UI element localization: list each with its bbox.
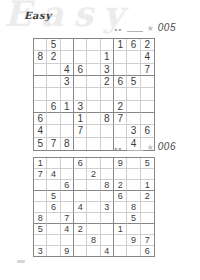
sudoku-cell-r1c9: 5 [141, 158, 154, 169]
sudoku-cell-r6c9 [141, 101, 154, 113]
sudoku-cell-r3c4 [74, 180, 87, 191]
sudoku-cell-r3c3: 4 [61, 64, 74, 76]
sudoku-cell-r7c4: 1 [74, 113, 87, 125]
sudoku-cell-r7c6 [101, 224, 114, 235]
sudoku-cell-r7c3: 4 [61, 224, 74, 235]
sudoku-cell-r1c8 [127, 158, 140, 169]
sudoku-cell-r8c4: 7 [74, 125, 87, 137]
sudoku-cell-r1c6 [101, 158, 114, 169]
sudoku-cell-r2c7 [114, 51, 127, 63]
time-label-marks: ■■ [115, 147, 123, 151]
sudoku-cell-r4c8 [127, 191, 140, 202]
sudoku-cell-r8c6 [101, 235, 114, 246]
sudoku-cell-r3c6: 8 [101, 180, 114, 191]
sudoku-cell-r4c1 [34, 191, 47, 202]
sudoku-cell-r6c4: 3 [74, 101, 87, 113]
sudoku-cell-r6c5 [87, 101, 100, 113]
sudoku-cell-r8c6 [101, 125, 114, 137]
sudoku-cell-r5c9 [141, 202, 154, 213]
sudoku-cell-r7c1: 6 [34, 113, 47, 125]
sudoku-cell-r3c7: 2 [114, 180, 127, 191]
sudoku-cell-r8c9: 7 [141, 235, 154, 246]
page-number-mark [17, 260, 25, 263]
sudoku-cell-r7c9 [141, 113, 154, 125]
sudoku-cell-r7c8 [127, 113, 140, 125]
sudoku-cell-r6c5 [87, 213, 100, 224]
sudoku-cell-r2c5 [87, 51, 100, 63]
sudoku-cell-r1c4 [74, 39, 87, 51]
sudoku-cell-r5c5 [87, 202, 100, 213]
sudoku-cell-r3c1 [34, 180, 47, 191]
sudoku-cell-r1c3 [61, 39, 74, 51]
sudoku-cell-r5c1 [34, 202, 47, 213]
sudoku-cell-r4c1 [34, 76, 47, 88]
sudoku-grid-005: 51628214463732656132618747365784 [33, 38, 155, 151]
sudoku-cell-r7c2 [47, 224, 60, 235]
sudoku-cell-r2c8 [127, 51, 140, 63]
sudoku-cell-r4c2 [47, 76, 60, 88]
sudoku-cell-r1c7: 9 [114, 158, 127, 169]
sudoku-cell-r4c7: 6 [114, 191, 127, 202]
sudoku-cell-r2c5: 2 [87, 169, 100, 180]
sudoku-cell-r1c1 [34, 39, 47, 51]
sudoku-cell-r8c8: 9 [127, 235, 140, 246]
sudoku-cell-r1c4: 6 [74, 158, 87, 169]
sudoku-grid-006: 16957426821562643887554218973946 [33, 157, 155, 257]
sudoku-cell-r8c2 [47, 125, 60, 137]
sudoku-cell-r5c2: 6 [47, 202, 60, 213]
sudoku-cell-r6c6 [101, 213, 114, 224]
sudoku-cell-r5c1 [34, 88, 47, 100]
sudoku-cell-r8c4 [74, 235, 87, 246]
sudoku-cell-r1c8: 6 [127, 39, 140, 51]
sudoku-cell-r3c4: 6 [74, 64, 87, 76]
sudoku-cell-r6c7 [114, 213, 127, 224]
sudoku-cell-r9c2 [47, 246, 60, 256]
sudoku-cell-r6c9 [141, 213, 154, 224]
sudoku-cell-r5c9 [141, 88, 154, 100]
sudoku-cell-r2c2: 4 [47, 169, 60, 180]
sudoku-cell-r4c6 [101, 191, 114, 202]
sudoku-cell-r6c1 [34, 101, 47, 113]
puzzle-number-005: 005 [158, 23, 176, 33]
sudoku-cell-r8c1 [34, 235, 47, 246]
puzzle-006-header: ■■ ★ 006 [0, 141, 176, 152]
sudoku-cell-r7c9 [141, 224, 154, 235]
sudoku-cell-r6c2 [47, 213, 60, 224]
sudoku-cell-r8c3 [61, 235, 74, 246]
sudoku-cell-r5c3 [61, 88, 74, 100]
blank-writing-line [127, 30, 143, 32]
sudoku-cell-r5c8 [127, 88, 140, 100]
sudoku-cell-r9c4 [74, 246, 87, 256]
sudoku-cell-r2c9 [141, 169, 154, 180]
sudoku-cell-r4c5 [87, 191, 100, 202]
sudoku-cell-r3c1 [34, 64, 47, 76]
sudoku-cell-r6c3: 1 [61, 101, 74, 113]
sudoku-cell-r3c9: 7 [141, 64, 154, 76]
sudoku-cell-r1c6 [101, 39, 114, 51]
sudoku-cell-r2c4 [74, 169, 87, 180]
sudoku-cell-r6c7: 2 [114, 101, 127, 113]
sudoku-cell-r8c3 [61, 125, 74, 137]
sudoku-cell-r3c3: 6 [61, 180, 74, 191]
sudoku-cell-r5c5 [87, 88, 100, 100]
time-label-marks: ■■ [115, 28, 123, 32]
sudoku-cell-r1c3 [61, 158, 74, 169]
sudoku-cell-r5c7 [114, 88, 127, 100]
sudoku-cell-r8c7 [114, 235, 127, 246]
sudoku-cell-r5c4: 4 [74, 202, 87, 213]
sudoku-cell-r2c2: 2 [47, 51, 60, 63]
sudoku-cell-r5c6 [101, 88, 114, 100]
sudoku-cell-r2c6 [101, 169, 114, 180]
sudoku-cell-r7c2 [47, 113, 60, 125]
sudoku-cell-r4c3 [61, 191, 74, 202]
sudoku-cell-r2c4 [74, 51, 87, 63]
sudoku-cell-r3c5 [87, 180, 100, 191]
sudoku-cell-r7c8 [127, 224, 140, 235]
sudoku-cell-r9c8 [127, 246, 140, 256]
sudoku-cell-r2c9: 4 [141, 51, 154, 63]
sudoku-cell-r5c8: 8 [127, 202, 140, 213]
puzzle-number-006: 006 [158, 142, 176, 152]
sudoku-cell-r1c5 [87, 158, 100, 169]
sudoku-cell-r6c8: 5 [127, 213, 140, 224]
sudoku-cell-r2c7 [114, 169, 127, 180]
sudoku-cell-r1c5 [87, 39, 100, 51]
sudoku-cell-r7c5 [87, 224, 100, 235]
sudoku-cell-r6c2: 6 [47, 101, 60, 113]
sudoku-cell-r8c7 [114, 125, 127, 137]
sudoku-cell-r4c9 [141, 76, 154, 88]
sudoku-cell-r8c8: 3 [127, 125, 140, 137]
sudoku-cell-r4c2: 5 [47, 191, 60, 202]
sudoku-cell-r4c3: 3 [61, 76, 74, 88]
sudoku-cell-r7c6: 8 [101, 113, 114, 125]
sudoku-cell-r8c5 [87, 125, 100, 137]
sudoku-cell-r7c3 [61, 113, 74, 125]
star-icon: ★ [147, 25, 154, 33]
book-page: Easy Easy ■■ ★ 005 516282144637326561326… [0, 0, 200, 280]
sudoku-cell-r5c3 [61, 202, 74, 213]
sudoku-cell-r4c9: 2 [141, 191, 154, 202]
sudoku-cell-r3c2 [47, 64, 60, 76]
sudoku-cell-r3c2 [47, 180, 60, 191]
sudoku-cell-r6c1: 8 [34, 213, 47, 224]
sudoku-cell-r2c3 [61, 169, 74, 180]
sudoku-cell-r4c8: 5 [127, 76, 140, 88]
sudoku-cell-r2c1: 7 [34, 169, 47, 180]
sudoku-cell-r2c6: 1 [101, 51, 114, 63]
sudoku-cell-r4c5 [87, 76, 100, 88]
sudoku-cell-r8c5: 8 [87, 235, 100, 246]
sudoku-cell-r9c5 [87, 246, 100, 256]
sudoku-cell-r3c5 [87, 64, 100, 76]
sudoku-cell-r9c7 [114, 246, 127, 256]
sudoku-cell-r9c3: 9 [61, 246, 74, 256]
sudoku-cell-r3c8 [127, 180, 140, 191]
sudoku-cell-r5c6: 3 [101, 202, 114, 213]
sudoku-cell-r4c4 [74, 76, 87, 88]
sudoku-cell-r7c4: 2 [74, 224, 87, 235]
sudoku-cell-r7c7: 7 [114, 113, 127, 125]
sudoku-cell-r7c5 [87, 113, 100, 125]
sudoku-cell-r8c2 [47, 235, 60, 246]
sudoku-cell-r9c6: 4 [101, 246, 114, 256]
sudoku-cell-r6c8 [127, 101, 140, 113]
sudoku-cell-r1c1: 1 [34, 158, 47, 169]
sudoku-cell-r4c6: 2 [101, 76, 114, 88]
sudoku-cell-r9c9: 6 [141, 246, 154, 256]
sudoku-cell-r6c6 [101, 101, 114, 113]
sudoku-cell-r5c4 [74, 88, 87, 100]
sudoku-cell-r2c1: 8 [34, 51, 47, 63]
sudoku-cell-r2c3 [61, 51, 74, 63]
sudoku-cell-r5c7 [114, 202, 127, 213]
puzzle-005-header: ■■ ★ 005 [0, 22, 176, 33]
sudoku-cell-r6c4 [74, 213, 87, 224]
sudoku-cell-r7c1: 5 [34, 224, 47, 235]
sudoku-cell-r1c7: 1 [114, 39, 127, 51]
sudoku-cell-r7c7: 1 [114, 224, 127, 235]
sudoku-cell-r1c2 [47, 158, 60, 169]
sudoku-cell-r6c3: 7 [61, 213, 74, 224]
sudoku-cell-r9c1: 3 [34, 246, 47, 256]
sudoku-cell-r4c4 [74, 191, 87, 202]
section-title: Easy [24, 10, 52, 21]
sudoku-cell-r8c9: 6 [141, 125, 154, 137]
sudoku-cell-r3c6: 3 [101, 64, 114, 76]
sudoku-cell-r8c1: 4 [34, 125, 47, 137]
sudoku-cell-r2c8 [127, 169, 140, 180]
sudoku-cell-r1c9: 2 [141, 39, 154, 51]
sudoku-cell-r5c2 [47, 88, 60, 100]
star-icon: ★ [147, 144, 154, 152]
blank-writing-line [127, 149, 143, 151]
sudoku-cell-r3c9: 1 [141, 180, 154, 191]
sudoku-cell-r3c7 [114, 64, 127, 76]
sudoku-cell-r4c7: 6 [114, 76, 127, 88]
sudoku-cell-r3c8 [127, 64, 140, 76]
sudoku-cell-r1c2: 5 [47, 39, 60, 51]
